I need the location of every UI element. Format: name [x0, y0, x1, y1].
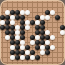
- board-intersection[interactable]: [60, 60, 65, 65]
- go-board-grid[interactable]: [0, 0, 65, 65]
- go-app-icon[interactable]: [0, 0, 65, 65]
